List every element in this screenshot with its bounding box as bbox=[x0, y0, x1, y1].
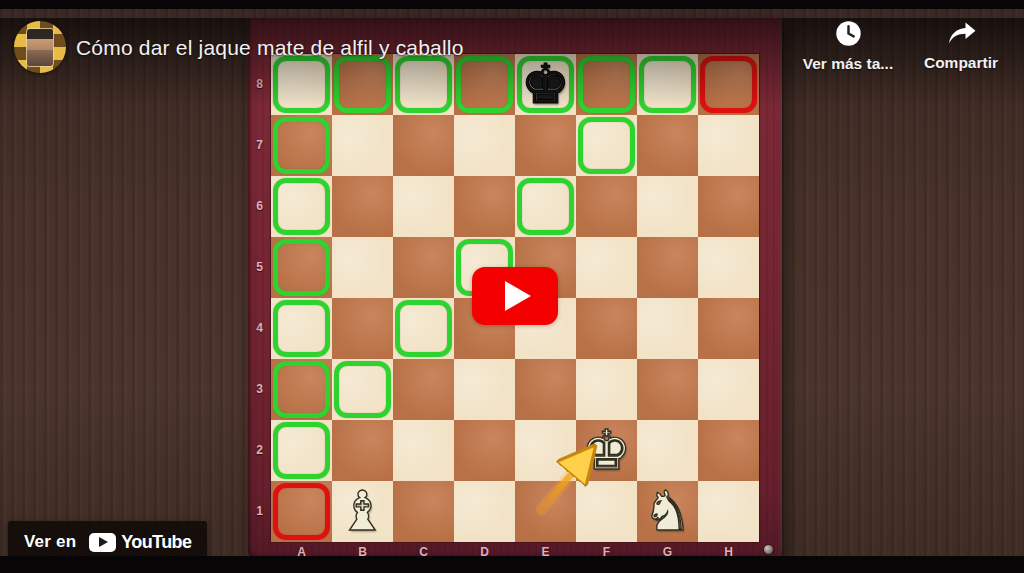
green-highlight-a6 bbox=[273, 178, 330, 235]
green-highlight-a5 bbox=[273, 239, 330, 296]
square-b2 bbox=[332, 420, 393, 481]
square-b5 bbox=[332, 237, 393, 298]
green-highlight-b3 bbox=[334, 361, 391, 418]
rank-label-1: 1 bbox=[248, 481, 271, 542]
square-g8 bbox=[637, 54, 698, 115]
square-a1 bbox=[271, 481, 332, 542]
white-king-f2: ♚ bbox=[576, 420, 637, 481]
square-h4 bbox=[698, 298, 759, 359]
square-b3 bbox=[332, 359, 393, 420]
square-a6 bbox=[271, 176, 332, 237]
black-king-e8: ♚ bbox=[515, 54, 576, 115]
red-highlight-h8 bbox=[700, 56, 757, 113]
square-b4 bbox=[332, 298, 393, 359]
video-title-link[interactable]: Cómo dar el jaque mate de alfil y caball… bbox=[76, 36, 464, 60]
square-d8 bbox=[454, 54, 515, 115]
green-highlight-c4 bbox=[395, 300, 452, 357]
square-e7 bbox=[515, 115, 576, 176]
square-a8 bbox=[271, 54, 332, 115]
square-b1: ♝ bbox=[332, 481, 393, 542]
green-highlight-a4 bbox=[273, 300, 330, 357]
green-highlight-d8 bbox=[456, 56, 513, 113]
rank-label-8: 8 bbox=[248, 54, 271, 115]
share-label: Compartir bbox=[924, 54, 998, 72]
green-highlight-f7 bbox=[578, 117, 635, 174]
video-area[interactable]: ♚♚♝♞ 87654321 AB bbox=[0, 9, 1024, 556]
green-highlight-b8 bbox=[334, 56, 391, 113]
square-e1 bbox=[515, 481, 576, 542]
video-player: ♚♚♝♞ 87654321 AB bbox=[0, 0, 1024, 573]
square-h6 bbox=[698, 176, 759, 237]
watch-on-label: Ver en bbox=[24, 532, 76, 552]
square-c7 bbox=[393, 115, 454, 176]
square-h5 bbox=[698, 237, 759, 298]
square-f5 bbox=[576, 237, 637, 298]
watch-later-label: Ver más ta... bbox=[803, 55, 893, 73]
square-f2: ♚ bbox=[576, 420, 637, 481]
square-h2 bbox=[698, 420, 759, 481]
square-d6 bbox=[454, 176, 515, 237]
square-c4 bbox=[393, 298, 454, 359]
rank-label-5: 5 bbox=[248, 237, 271, 298]
green-highlight-e6 bbox=[517, 178, 574, 235]
white-knight-g1: ♞ bbox=[637, 481, 698, 542]
rank-label-7: 7 bbox=[248, 115, 271, 176]
square-d3 bbox=[454, 359, 515, 420]
square-f8 bbox=[576, 54, 637, 115]
play-button[interactable] bbox=[472, 267, 558, 325]
square-f7 bbox=[576, 115, 637, 176]
square-f1 bbox=[576, 481, 637, 542]
square-g4 bbox=[637, 298, 698, 359]
square-c5 bbox=[393, 237, 454, 298]
square-g5 bbox=[637, 237, 698, 298]
square-b6 bbox=[332, 176, 393, 237]
watch-later-button[interactable]: Ver más ta... bbox=[795, 20, 901, 73]
square-g1: ♞ bbox=[637, 481, 698, 542]
square-e6 bbox=[515, 176, 576, 237]
square-g3 bbox=[637, 359, 698, 420]
youtube-play-icon bbox=[89, 533, 116, 552]
youtube-logo: YouTube bbox=[89, 532, 191, 553]
square-a7 bbox=[271, 115, 332, 176]
green-highlight-a2 bbox=[273, 422, 330, 479]
rank-label-2: 2 bbox=[248, 420, 271, 481]
square-h8 bbox=[698, 54, 759, 115]
square-f3 bbox=[576, 359, 637, 420]
green-highlight-a8 bbox=[273, 56, 330, 113]
letterbox-bottom bbox=[0, 556, 1024, 573]
square-d1 bbox=[454, 481, 515, 542]
square-f6 bbox=[576, 176, 637, 237]
rank-label-3: 3 bbox=[248, 359, 271, 420]
square-e8: ♚ bbox=[515, 54, 576, 115]
green-highlight-a3 bbox=[273, 361, 330, 418]
avatar-photo bbox=[27, 29, 53, 66]
square-h1 bbox=[698, 481, 759, 542]
square-a3 bbox=[271, 359, 332, 420]
square-g6 bbox=[637, 176, 698, 237]
square-b7 bbox=[332, 115, 393, 176]
square-c3 bbox=[393, 359, 454, 420]
play-icon bbox=[505, 281, 531, 311]
square-c8 bbox=[393, 54, 454, 115]
square-h3 bbox=[698, 359, 759, 420]
square-g7 bbox=[637, 115, 698, 176]
clock-icon bbox=[835, 20, 862, 47]
green-highlight-g8 bbox=[639, 56, 696, 113]
youtube-wordmark: YouTube bbox=[121, 532, 191, 553]
square-a5 bbox=[271, 237, 332, 298]
square-c2 bbox=[393, 420, 454, 481]
square-a4 bbox=[271, 298, 332, 359]
square-h7 bbox=[698, 115, 759, 176]
square-c6 bbox=[393, 176, 454, 237]
channel-avatar[interactable] bbox=[14, 21, 66, 73]
square-f4 bbox=[576, 298, 637, 359]
rank-label-6: 6 bbox=[248, 176, 271, 237]
white-bishop-b1: ♝ bbox=[332, 481, 393, 542]
share-icon bbox=[946, 20, 977, 46]
square-e2 bbox=[515, 420, 576, 481]
square-d2 bbox=[454, 420, 515, 481]
square-a2 bbox=[271, 420, 332, 481]
square-c1 bbox=[393, 481, 454, 542]
red-highlight-a1 bbox=[273, 483, 330, 540]
square-d7 bbox=[454, 115, 515, 176]
share-button[interactable]: Compartir bbox=[910, 20, 1012, 72]
frame-screw-decoration bbox=[764, 545, 773, 554]
square-b8 bbox=[332, 54, 393, 115]
letterbox-top bbox=[0, 0, 1024, 9]
square-e3 bbox=[515, 359, 576, 420]
green-highlight-a7 bbox=[273, 117, 330, 174]
square-g2 bbox=[637, 420, 698, 481]
green-highlight-f8 bbox=[578, 56, 635, 113]
green-highlight-c8 bbox=[395, 56, 452, 113]
rank-label-4: 4 bbox=[248, 298, 271, 359]
